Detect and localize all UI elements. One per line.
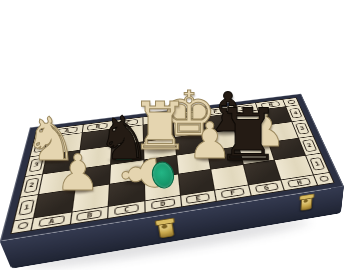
piece-white-pawn-a2[interactable]: ♟ [56,148,101,198]
border-corner-front-left [12,218,33,233]
border-letter-front-a: A [32,213,71,230]
border-letter-front-c: C [109,201,145,218]
piece-black-rook[interactable]: ♜ [216,99,281,171]
border-number-left-1: 1 [15,195,38,220]
square-h1[interactable] [275,156,312,179]
square-e1[interactable] [178,170,213,195]
product-photo: ABCDEFGH44332211ABCDEFGH ♝♚♟♜♟♞♞♜♟♟ [0,0,360,270]
border-number-right-1: 1 [306,154,329,175]
border-letter-front-b: B [71,207,108,224]
border-letter-front-f: F [215,185,250,200]
border-letter-front-h: H [282,175,317,190]
border-letter-front-g: G [249,180,284,195]
front-clasp-right-icon [300,195,312,211]
piece-white-pawn-c2-fallen[interactable]: ♟ [114,150,166,197]
front-clasp-left-icon [157,219,174,238]
border-corner-front-right [314,173,333,185]
border-letter-front-d: D [145,196,180,212]
border-number-left-2: 2 [21,174,43,197]
border-letter-front-e: E [181,191,216,207]
